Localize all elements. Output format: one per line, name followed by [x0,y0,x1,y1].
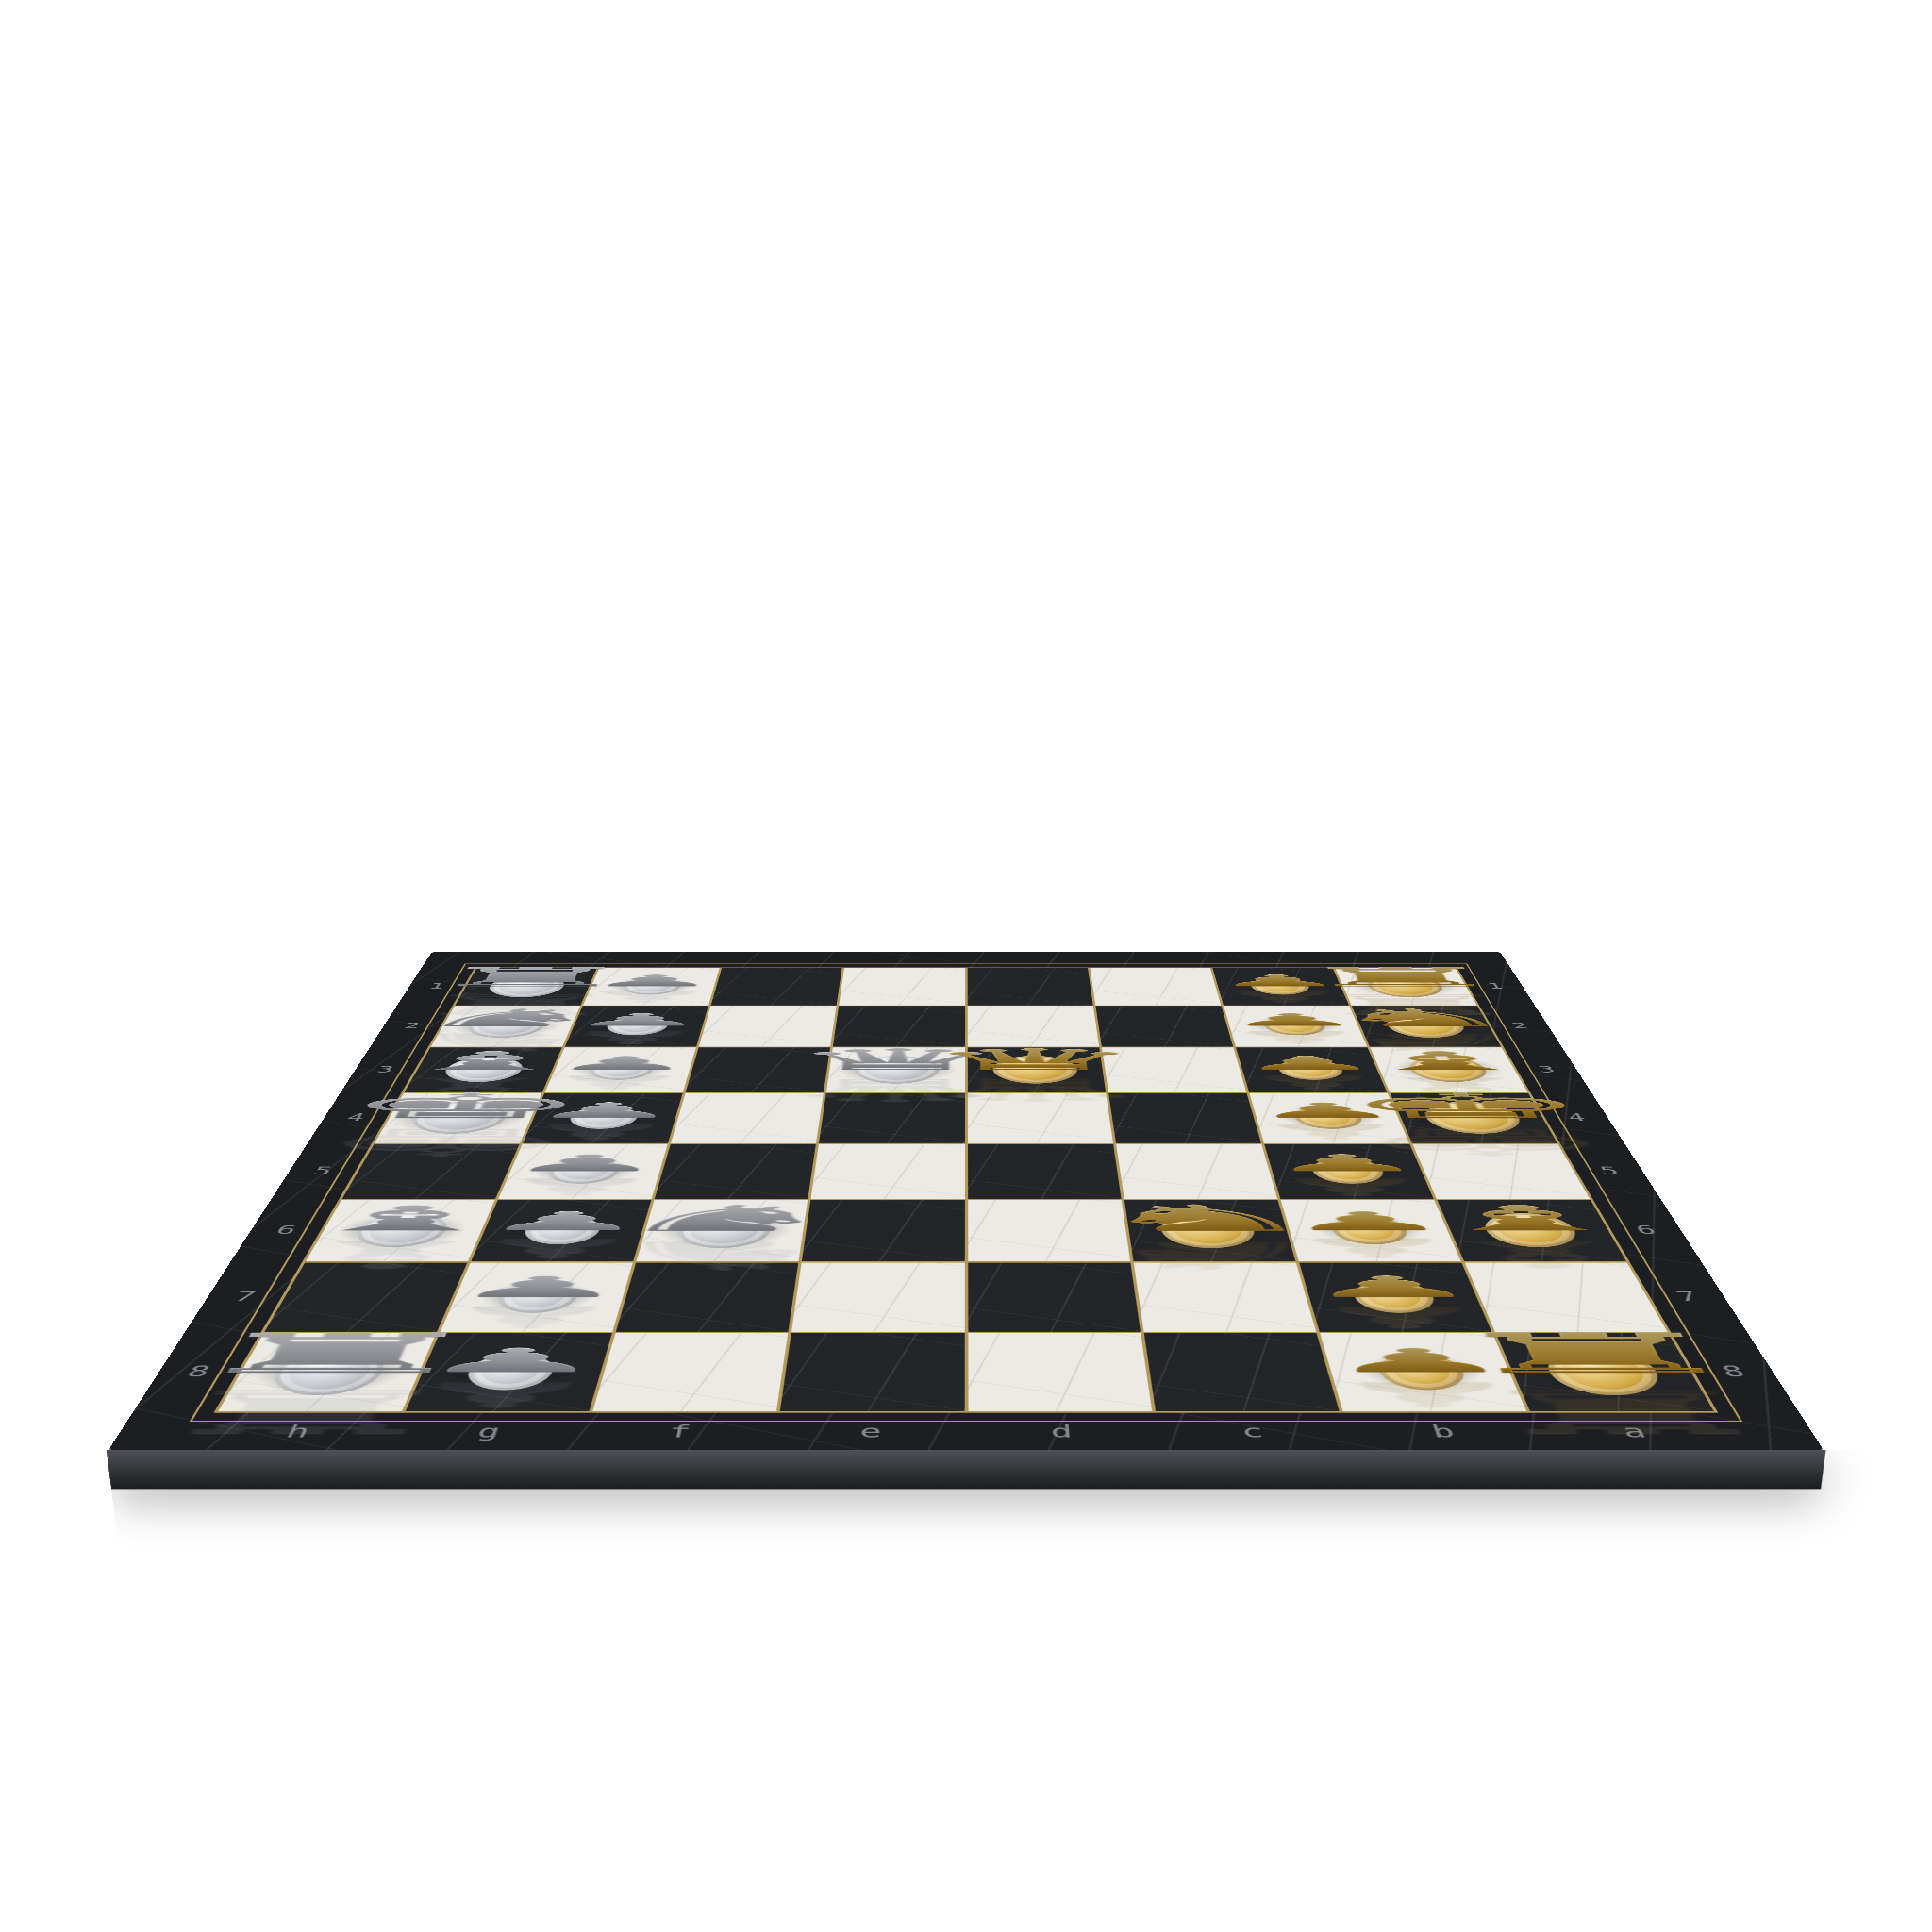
file-label-g: g [475,1424,503,1441]
square-f2 [616,1262,799,1331]
square-f3 [637,1200,808,1261]
square-f7 [699,1006,837,1046]
silver-king-glyph: ♚ [327,1089,598,1124]
square-d1 [968,1333,1152,1411]
square-c3 [1124,1200,1295,1261]
square-g1 [406,1333,612,1411]
board-edge-face [106,1450,1825,1490]
square-e8 [840,968,965,1005]
square-e3 [802,1200,964,1261]
square-d3 [968,1200,1130,1261]
gold-rook-glyph: ♜ [1286,964,1519,991]
board-tile: hgfedcba8877665544332211 ♜♜♟♟♜♜♟♟♞♞♟♟♞♞♟… [108,952,1824,1451]
square-d7 [967,1006,1099,1046]
silver-bishop-glyph: ♝ [383,1048,591,1074]
file-label-d: d [1050,1424,1073,1441]
square-f4 [655,1144,816,1199]
square-e7 [833,1006,965,1046]
square-c8 [1090,968,1221,1005]
square-g3 [471,1200,651,1261]
file-label-h: h [283,1424,313,1441]
square-c1 [1143,1333,1339,1411]
file-label-c: c [1240,1424,1265,1441]
square-a1 [1495,1333,1713,1411]
file-label-b: b [1429,1424,1457,1441]
square-c2 [1133,1262,1316,1331]
square-g2 [441,1262,633,1331]
square-e4 [811,1144,965,1199]
square-f8 [711,968,842,1005]
rank-label-right-6: 6 [1633,1224,1658,1237]
square-b3 [1280,1200,1460,1261]
rank-label-left-5: 5 [310,1165,335,1175]
rank-label-left-7: 7 [231,1290,259,1303]
square-h4 [342,1144,520,1199]
product-photo: hgfedcba8877665544332211 ♜♜♟♟♜♜♟♟♞♞♟♟♞♞♟… [0,0,1932,1932]
square-d4 [968,1144,1122,1199]
square-a3 [1437,1200,1626,1261]
file-label-f: f [667,1424,692,1441]
gold-queen-glyph: ♛ [921,1045,1149,1074]
gold-knight-glyph: ♞ [1321,1006,1525,1030]
rank-label-right-8: 8 [1719,1364,1749,1379]
rank-label-left-6: 6 [273,1224,298,1237]
square-a2 [1465,1262,1668,1331]
square-h2 [265,1262,468,1331]
gold-bishop-glyph: ♝ [1341,1048,1549,1074]
square-c7 [1095,1006,1233,1046]
square-f1 [593,1333,789,1411]
rank-label-right-5: 5 [1597,1165,1622,1175]
square-c5 [1108,1093,1261,1142]
square-d2 [968,1262,1141,1331]
rank-label-right-7: 7 [1674,1290,1702,1303]
file-label-e: e [859,1424,882,1441]
square-b2 [1299,1262,1491,1331]
square-e2 [791,1262,964,1331]
chess-board-scene: hgfedcba8877665544332211 ♜♜♟♟♜♜♟♟♞♞♟♟♞♞♟… [108,952,1824,1451]
gold-king-glyph: ♚ [1334,1089,1605,1124]
file-label-a: a [1619,1424,1649,1441]
square-h1 [218,1333,436,1411]
rank-label-left-8: 8 [183,1364,213,1379]
square-e1 [780,1333,964,1411]
silver-rook-glyph: ♜ [413,964,646,991]
square-f5 [671,1093,824,1142]
square-d5 [967,1093,1112,1142]
square-b1 [1320,1333,1526,1411]
square-d8 [967,968,1092,1005]
square-c4 [1116,1144,1277,1199]
square-e5 [819,1093,964,1142]
silver-knight-glyph: ♞ [407,1006,611,1030]
square-a4 [1412,1144,1590,1199]
square-h3 [306,1200,495,1261]
